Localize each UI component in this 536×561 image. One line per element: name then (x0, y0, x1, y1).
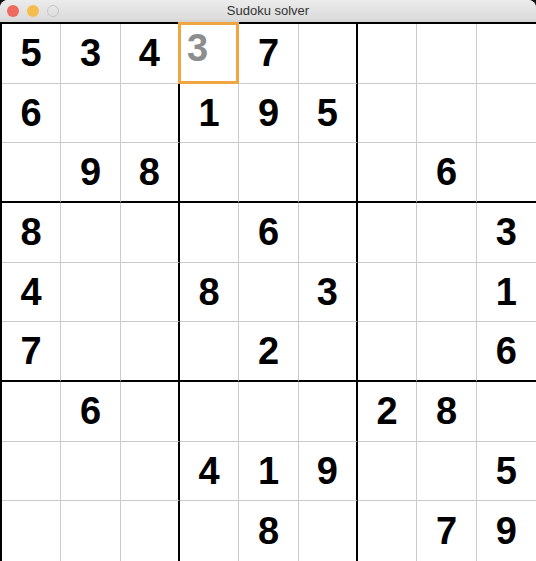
given-digit: 5 (496, 452, 517, 490)
sudoku-cell[interactable] (180, 322, 239, 382)
sudoku-cell[interactable] (358, 442, 417, 502)
sudoku-cell[interactable]: 5 (299, 84, 358, 144)
minimize-button[interactable] (27, 5, 39, 17)
title-bar[interactable]: Sudoku solver (0, 0, 536, 22)
sudoku-cell[interactable]: 9 (299, 442, 358, 502)
sudoku-cell[interactable] (417, 24, 476, 84)
sudoku-board: 53437619598686348317266284195879 (0, 22, 536, 561)
sudoku-cell[interactable]: 8 (417, 382, 476, 442)
sudoku-cell[interactable]: 6 (239, 203, 298, 263)
sudoku-cell[interactable] (239, 143, 298, 203)
given-digit: 1 (199, 94, 220, 132)
given-digit: 6 (258, 213, 279, 251)
sudoku-cell[interactable]: 2 (239, 322, 298, 382)
sudoku-cell[interactable]: 8 (121, 143, 180, 203)
given-digit: 5 (317, 94, 338, 132)
sudoku-cell[interactable] (180, 203, 239, 263)
given-digit: 9 (80, 153, 101, 191)
given-digit: 9 (258, 94, 279, 132)
sudoku-cell[interactable]: 6 (477, 322, 536, 382)
sudoku-cell[interactable]: 7 (239, 24, 298, 84)
sudoku-cell[interactable]: 8 (180, 263, 239, 323)
sudoku-cell[interactable] (358, 501, 417, 561)
given-digit: 9 (496, 512, 517, 550)
given-digit: 8 (258, 512, 279, 550)
sudoku-cell[interactable] (61, 84, 120, 144)
given-digit: 1 (258, 452, 279, 490)
given-digit: 7 (21, 332, 42, 370)
sudoku-cell[interactable] (61, 263, 120, 323)
zoom-button-disabled (47, 5, 59, 17)
sudoku-cell[interactable]: 6 (417, 143, 476, 203)
sudoku-cell[interactable] (417, 263, 476, 323)
sudoku-cell[interactable] (417, 322, 476, 382)
sudoku-cell[interactable]: 2 (358, 382, 417, 442)
given-digit: 6 (21, 94, 42, 132)
sudoku-cell[interactable] (299, 203, 358, 263)
sudoku-cell[interactable] (417, 84, 476, 144)
sudoku-cell[interactable] (180, 501, 239, 561)
sudoku-cell[interactable] (299, 382, 358, 442)
sudoku-cell[interactable] (299, 322, 358, 382)
sudoku-cell[interactable]: 8 (2, 203, 61, 263)
sudoku-cell[interactable]: 9 (61, 143, 120, 203)
sudoku-cell[interactable] (121, 442, 180, 502)
given-digit: 4 (139, 34, 160, 72)
sudoku-cell[interactable] (299, 24, 358, 84)
sudoku-cell[interactable] (417, 203, 476, 263)
sudoku-cell[interactable] (61, 442, 120, 502)
sudoku-cell[interactable] (121, 263, 180, 323)
sudoku-cell[interactable] (358, 263, 417, 323)
sudoku-cell[interactable] (2, 382, 61, 442)
sudoku-cell[interactable] (299, 143, 358, 203)
given-digit: 7 (258, 34, 279, 72)
sudoku-cell[interactable] (121, 501, 180, 561)
sudoku-cell[interactable] (61, 322, 120, 382)
given-digit: 8 (199, 273, 220, 311)
sudoku-cell[interactable] (121, 382, 180, 442)
given-digit: 2 (258, 332, 279, 370)
close-button[interactable] (7, 5, 19, 17)
given-digit: 8 (21, 213, 42, 251)
given-digit: 3 (496, 213, 517, 251)
given-digit: 5 (21, 34, 42, 72)
sudoku-cell[interactable] (239, 263, 298, 323)
sudoku-cell[interactable] (358, 203, 417, 263)
sudoku-cell[interactable]: 3 (299, 263, 358, 323)
sudoku-cell[interactable]: 7 (417, 501, 476, 561)
given-digit: 6 (436, 153, 457, 191)
sudoku-cell[interactable]: 4 (180, 442, 239, 502)
sudoku-cell[interactable]: 3 (477, 203, 536, 263)
selected-cell[interactable]: 3 (180, 24, 239, 84)
given-digit: 3 (80, 34, 101, 72)
traffic-lights (7, 0, 59, 22)
sudoku-cell[interactable] (61, 501, 120, 561)
sudoku-cell[interactable]: 3 (61, 24, 120, 84)
sudoku-cell[interactable]: 1 (477, 263, 536, 323)
given-digit: 3 (317, 273, 338, 311)
sudoku-cell[interactable] (299, 501, 358, 561)
given-digit: 9 (317, 452, 338, 490)
sudoku-cell[interactable] (477, 24, 536, 84)
sudoku-cell[interactable] (477, 143, 536, 203)
given-digit: 7 (436, 512, 457, 550)
sudoku-cell[interactable] (239, 382, 298, 442)
window-title: Sudoku solver (0, 0, 536, 22)
sudoku-cell[interactable] (358, 84, 417, 144)
sudoku-cell[interactable] (121, 203, 180, 263)
sudoku-cell[interactable] (2, 442, 61, 502)
sudoku-cell[interactable]: 6 (61, 382, 120, 442)
sudoku-cell[interactable]: 9 (477, 501, 536, 561)
sudoku-cell[interactable]: 6 (2, 84, 61, 144)
sudoku-cell[interactable] (2, 501, 61, 561)
tentative-digit: 3 (180, 24, 208, 67)
sudoku-cell[interactable] (358, 143, 417, 203)
sudoku-cell[interactable]: 8 (239, 501, 298, 561)
sudoku-cell[interactable]: 7 (2, 322, 61, 382)
sudoku-cell[interactable]: 4 (121, 24, 180, 84)
sudoku-cell[interactable] (358, 24, 417, 84)
sudoku-cell[interactable] (417, 442, 476, 502)
sudoku-cell[interactable]: 4 (2, 263, 61, 323)
sudoku-cell[interactable]: 9 (239, 84, 298, 144)
sudoku-cell[interactable] (121, 322, 180, 382)
sudoku-cell[interactable] (121, 84, 180, 144)
sudoku-cell[interactable]: 1 (180, 84, 239, 144)
sudoku-cell[interactable] (477, 84, 536, 144)
sudoku-cell[interactable] (358, 322, 417, 382)
sudoku-cell[interactable] (61, 203, 120, 263)
sudoku-cell[interactable] (180, 382, 239, 442)
given-digit: 4 (21, 273, 42, 311)
given-digit: 8 (139, 153, 160, 191)
sudoku-solver-window: Sudoku solver 53437619598686348317266284… (0, 0, 536, 561)
sudoku-cell[interactable]: 5 (477, 442, 536, 502)
given-digit: 2 (377, 392, 398, 430)
given-digit: 8 (436, 392, 457, 430)
given-digit: 4 (199, 452, 220, 490)
sudoku-cell[interactable]: 5 (2, 24, 61, 84)
sudoku-cell[interactable] (2, 143, 61, 203)
sudoku-cell[interactable] (180, 143, 239, 203)
given-digit: 1 (496, 273, 517, 311)
given-digit: 6 (496, 332, 517, 370)
sudoku-cell[interactable] (477, 382, 536, 442)
given-digit: 6 (80, 392, 101, 430)
sudoku-cell[interactable]: 1 (239, 442, 298, 502)
